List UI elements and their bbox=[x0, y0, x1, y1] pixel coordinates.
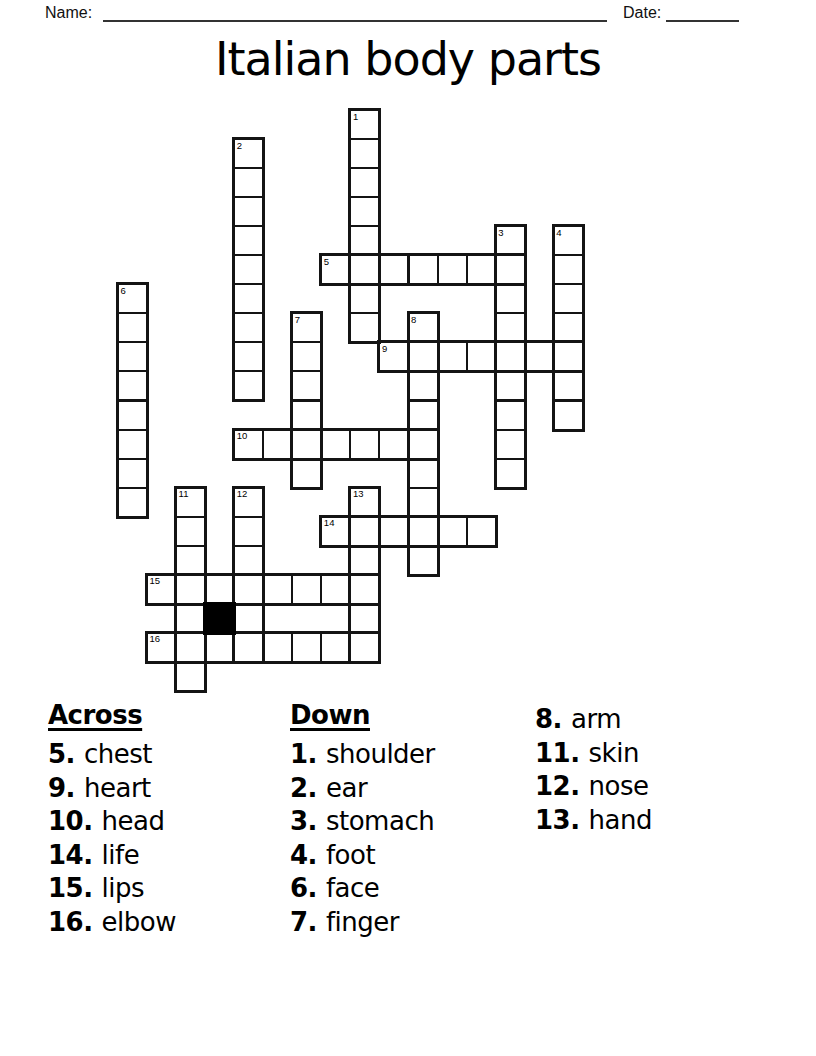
clue-across-5: 5.chest bbox=[48, 738, 288, 772]
grid-number-4: 4 bbox=[556, 228, 561, 238]
grid-cell-r18c2[interactable] bbox=[175, 632, 206, 663]
grid-cell-r14c8[interactable] bbox=[349, 516, 380, 547]
grid-cell-r14c2[interactable] bbox=[175, 516, 206, 547]
clue-number: 14. bbox=[48, 840, 93, 870]
clue-across-14: 14.life bbox=[48, 839, 288, 873]
grid-number-16: 16 bbox=[150, 634, 161, 644]
grid-cell-r1c8[interactable] bbox=[349, 138, 380, 169]
clue-text: skin bbox=[589, 738, 639, 768]
grid-cell-r8c14[interactable] bbox=[524, 341, 555, 372]
grid-cell-r6c15[interactable] bbox=[553, 283, 584, 314]
grid-cell-r7c15[interactable] bbox=[553, 312, 584, 343]
clue-number: 4. bbox=[290, 840, 317, 870]
grid-cell-r14c10[interactable] bbox=[408, 516, 439, 547]
grid-number-7: 7 bbox=[295, 315, 300, 325]
grid-cell-r18c4[interactable] bbox=[233, 632, 264, 663]
clue-down-1: 1.shoulder bbox=[290, 738, 530, 772]
grid-cell-r16c6[interactable] bbox=[291, 574, 322, 605]
grid-cell-r7c4[interactable] bbox=[233, 312, 264, 343]
grid-cell-r17c4[interactable] bbox=[233, 603, 264, 634]
grid-cell-r8c6[interactable] bbox=[291, 341, 322, 372]
clue-text: life bbox=[102, 840, 140, 870]
clue-number: 11. bbox=[535, 738, 580, 768]
grid-number-1: 1 bbox=[353, 112, 358, 122]
grid-cell-r12c10[interactable] bbox=[408, 458, 439, 489]
grid-cell-r9c13[interactable] bbox=[495, 370, 526, 401]
grid-cell-r15c8[interactable] bbox=[349, 545, 380, 576]
grid-cell-r18c3[interactable] bbox=[204, 632, 235, 663]
clue-number: 13. bbox=[535, 805, 580, 835]
grid-cell-r10c0[interactable] bbox=[117, 400, 148, 431]
grid-cell-r4c4[interactable] bbox=[233, 225, 264, 256]
grid-cell-r8c15[interactable] bbox=[553, 341, 584, 372]
grid-cell-r7c0[interactable] bbox=[117, 312, 148, 343]
grid-cell-r9c6[interactable] bbox=[291, 370, 322, 401]
grid-cell-r16c5[interactable] bbox=[262, 574, 293, 605]
grid-cell-r10c13[interactable] bbox=[495, 400, 526, 431]
grid-cell-r11c13[interactable] bbox=[495, 429, 526, 460]
grid-cell-r12c13[interactable] bbox=[495, 458, 526, 489]
clue-text: face bbox=[326, 873, 379, 903]
grid-cell-r11c0[interactable] bbox=[117, 429, 148, 460]
crossword-grid: 12345678910111213141516 bbox=[0, 0, 816, 700]
clue-across-10: 10.head bbox=[48, 805, 288, 839]
clue-text: finger bbox=[326, 907, 399, 937]
down-clue-list-continued: 8.arm11.skin12.nose13.hand bbox=[535, 703, 775, 837]
crossword-worksheet: { "game": "crossword", "header": { "name… bbox=[0, 0, 816, 1056]
clue-down-7: 7.finger bbox=[290, 906, 530, 940]
grid-cell-r8c12[interactable] bbox=[466, 341, 497, 372]
grid-cell-r7c8[interactable] bbox=[349, 312, 380, 343]
grid-cell-r8c10[interactable] bbox=[408, 341, 439, 372]
grid-cell-r8c13[interactable] bbox=[495, 341, 526, 372]
clue-number: 3. bbox=[290, 806, 317, 836]
clue-text: heart bbox=[84, 773, 151, 803]
grid-cell-r10c15[interactable] bbox=[553, 400, 584, 431]
grid-cell-r15c2[interactable] bbox=[175, 545, 206, 576]
down-clues-continued-column: 8.arm11.skin12.nose13.hand bbox=[535, 700, 775, 837]
clue-text: foot bbox=[326, 840, 375, 870]
grid-cell-r11c9[interactable] bbox=[378, 429, 409, 460]
clue-number: 5. bbox=[48, 739, 75, 769]
grid-cell-r12c6[interactable] bbox=[291, 458, 322, 489]
grid-number-11: 11 bbox=[179, 489, 189, 499]
clue-down-2: 2.ear bbox=[290, 772, 530, 806]
grid-number-8: 8 bbox=[411, 315, 416, 325]
grid-cell-r18c5[interactable] bbox=[262, 632, 293, 663]
clue-text: ear bbox=[326, 773, 367, 803]
grid-cell-r3c4[interactable] bbox=[233, 196, 264, 227]
grid-cell-r19c2[interactable] bbox=[175, 661, 206, 692]
grid-cell-r9c15[interactable] bbox=[553, 370, 584, 401]
grid-cell-r17c8[interactable] bbox=[349, 603, 380, 634]
grid-cell-r5c11[interactable] bbox=[437, 254, 468, 285]
grid-cell-r16c2[interactable] bbox=[175, 574, 206, 605]
clue-across-16: 16.elbow bbox=[48, 906, 288, 940]
down-clue-list: 1.shoulder2.ear3.stomach4.foot6.face7.fi… bbox=[290, 738, 530, 939]
grid-cell-r15c4[interactable] bbox=[233, 545, 264, 576]
clue-number: 16. bbox=[48, 907, 93, 937]
clue-number: 1. bbox=[290, 739, 317, 769]
clue-text: shoulder bbox=[326, 739, 435, 769]
grid-cell-r5c4[interactable] bbox=[233, 254, 264, 285]
grid-number-15: 15 bbox=[150, 576, 161, 586]
grid-cell-r16c8[interactable] bbox=[349, 574, 380, 605]
grid-cell-r13c10[interactable] bbox=[408, 487, 439, 518]
grid-cell-r14c12[interactable] bbox=[466, 516, 497, 547]
grid-cell-r6c8[interactable] bbox=[349, 283, 380, 314]
clue-down-13: 13.hand bbox=[535, 804, 775, 838]
grid-cell-r6c4[interactable] bbox=[233, 283, 264, 314]
grid-cell-r18c6[interactable] bbox=[291, 632, 322, 663]
grid-cell-r11c8[interactable] bbox=[349, 429, 380, 460]
clue-number: 9. bbox=[48, 773, 75, 803]
clue-text: chest bbox=[84, 739, 152, 769]
grid-number-3: 3 bbox=[498, 228, 503, 238]
grid-cell-r10c6[interactable] bbox=[291, 400, 322, 431]
grid-number-5: 5 bbox=[324, 257, 329, 267]
grid-cell-r13c0[interactable] bbox=[117, 487, 148, 518]
grid-number-6: 6 bbox=[121, 286, 126, 296]
grid-number-12: 12 bbox=[237, 489, 248, 499]
grid-cell-r5c13[interactable] bbox=[495, 254, 526, 285]
grid-number-2: 2 bbox=[237, 141, 242, 151]
clue-down-11: 11.skin bbox=[535, 737, 775, 771]
across-clue-list: 5.chest9.heart10.head14.life15.lips16.el… bbox=[48, 738, 288, 939]
clue-number: 12. bbox=[535, 771, 580, 801]
grid-cell-r18c8[interactable] bbox=[349, 632, 380, 663]
clue-number: 2. bbox=[290, 773, 317, 803]
grid-number-14: 14 bbox=[324, 518, 335, 528]
grid-cell-r8c11[interactable] bbox=[437, 341, 468, 372]
grid-cell-r7c13[interactable] bbox=[495, 312, 526, 343]
grid-cell-r3c8[interactable] bbox=[349, 196, 380, 227]
grid-cell-r9c4[interactable] bbox=[233, 370, 264, 401]
clue-down-12: 12.nose bbox=[535, 770, 775, 804]
clue-text: lips bbox=[102, 873, 145, 903]
grid-cell-r10c10[interactable] bbox=[408, 400, 439, 431]
grid-cell-r5c8[interactable] bbox=[349, 254, 380, 285]
grid-cell-r15c10[interactable] bbox=[408, 545, 439, 576]
grid-cell-r5c15[interactable] bbox=[553, 254, 584, 285]
grid-number-13: 13 bbox=[353, 489, 364, 499]
clue-down-4: 4.foot bbox=[290, 839, 530, 873]
clue-number: 15. bbox=[48, 873, 93, 903]
grid-cell-r12c0[interactable] bbox=[117, 458, 148, 489]
clue-down-3: 3.stomach bbox=[290, 805, 530, 839]
clue-text: hand bbox=[589, 805, 652, 835]
grid-cell-r5c9[interactable] bbox=[378, 254, 409, 285]
down-clues-column: Down 1.shoulder2.ear3.stomach4.foot6.fac… bbox=[290, 700, 530, 939]
clue-across-15: 15.lips bbox=[48, 872, 288, 906]
across-heading: Across bbox=[48, 700, 288, 730]
grid-cell-r4c8[interactable] bbox=[349, 225, 380, 256]
grid-cell-r5c10[interactable] bbox=[408, 254, 439, 285]
grid-cell-r16c7[interactable] bbox=[320, 574, 351, 605]
clue-down-6: 6.face bbox=[290, 872, 530, 906]
grid-cell-r11c10[interactable] bbox=[408, 429, 439, 460]
black-cell-r17c3 bbox=[203, 602, 236, 635]
grid-cell-r2c4[interactable] bbox=[233, 167, 264, 198]
grid-cell-r14c9[interactable] bbox=[378, 516, 409, 547]
grid-cell-r8c0[interactable] bbox=[117, 341, 148, 372]
grid-cell-r17c2[interactable] bbox=[175, 603, 206, 634]
grid-cell-r11c6[interactable] bbox=[291, 429, 322, 460]
grid-cell-r14c11[interactable] bbox=[437, 516, 468, 547]
clue-text: arm bbox=[571, 704, 621, 734]
clue-number: 10. bbox=[48, 806, 93, 836]
clue-text: elbow bbox=[102, 907, 176, 937]
clue-number: 7. bbox=[290, 907, 317, 937]
clue-number: 6. bbox=[290, 873, 317, 903]
grid-cell-r14c4[interactable] bbox=[233, 516, 264, 547]
clue-across-9: 9.heart bbox=[48, 772, 288, 806]
grid-number-9: 9 bbox=[382, 344, 387, 354]
grid-cell-r16c3[interactable] bbox=[204, 574, 235, 605]
grid-number-10: 10 bbox=[237, 431, 248, 441]
clue-down-8: 8.arm bbox=[535, 703, 775, 737]
clue-text: stomach bbox=[326, 806, 434, 836]
grid-cell-r9c10[interactable] bbox=[408, 370, 439, 401]
down-heading: Down bbox=[290, 700, 530, 730]
grid-cell-r6c13[interactable] bbox=[495, 283, 526, 314]
grid-cell-r8c4[interactable] bbox=[233, 341, 264, 372]
grid-cell-r11c7[interactable] bbox=[320, 429, 351, 460]
grid-cell-r11c5[interactable] bbox=[262, 429, 293, 460]
grid-cell-r9c0[interactable] bbox=[117, 370, 148, 401]
clue-number: 8. bbox=[535, 704, 562, 734]
clue-text: nose bbox=[589, 771, 649, 801]
grid-cell-r18c7[interactable] bbox=[320, 632, 351, 663]
grid-cell-r5c12[interactable] bbox=[466, 254, 497, 285]
across-clues-column: Across 5.chest9.heart10.head14.life15.li… bbox=[48, 700, 288, 939]
clue-text: head bbox=[102, 806, 165, 836]
grid-cell-r2c8[interactable] bbox=[349, 167, 380, 198]
grid-cell-r16c4[interactable] bbox=[233, 574, 264, 605]
